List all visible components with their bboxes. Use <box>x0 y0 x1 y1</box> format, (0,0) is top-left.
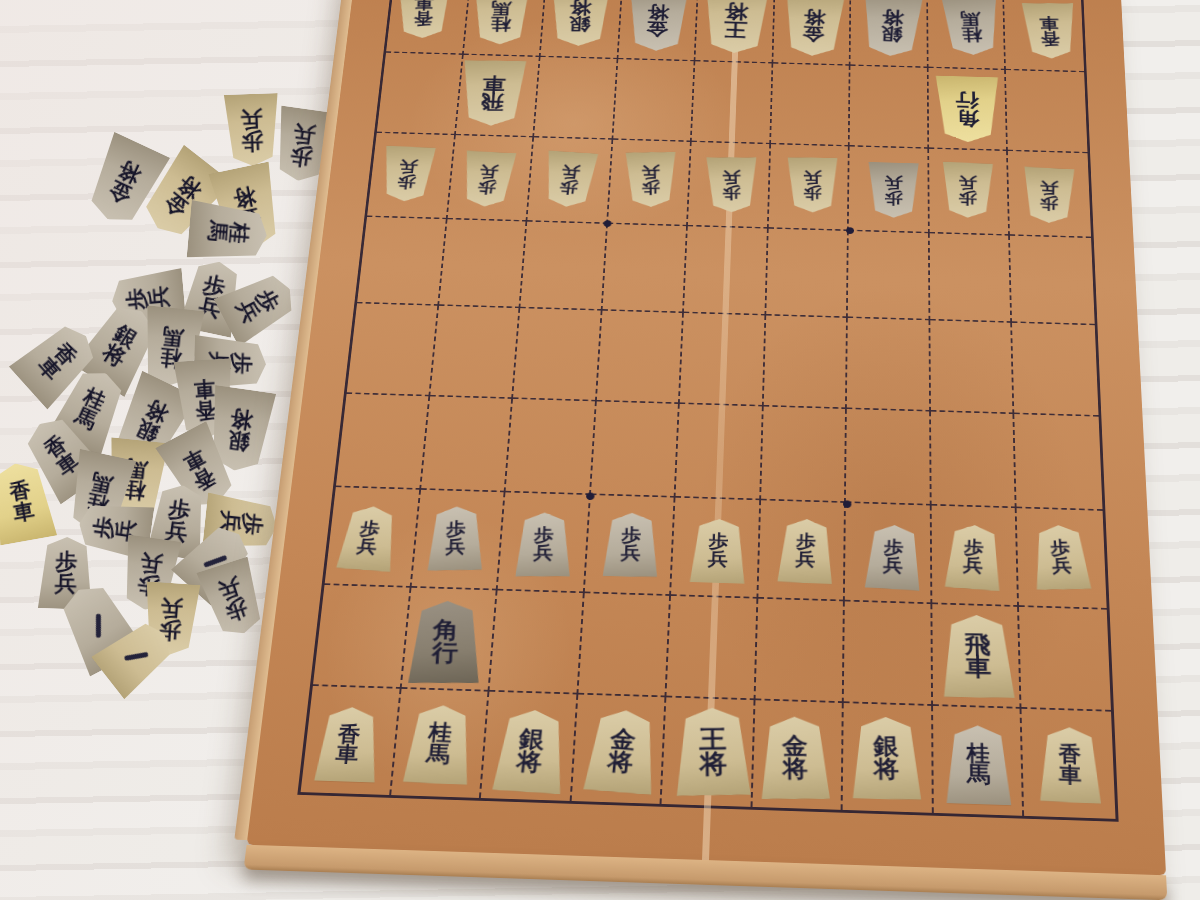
piece-kanji: 車 <box>1039 15 1060 30</box>
board-square[interactable] <box>1019 607 1111 712</box>
board-square[interactable] <box>850 65 929 148</box>
piece-kanji: 馬 <box>491 0 512 15</box>
piece-kanji: 角 <box>956 109 979 128</box>
piece-kanji: 桂 <box>491 15 512 31</box>
board-square[interactable] <box>755 599 845 704</box>
board-square[interactable] <box>1012 323 1098 416</box>
piece-kanji: 歩 <box>1040 195 1059 211</box>
piece-kanji: 香 <box>413 10 433 25</box>
piece-kanji: 将 <box>803 8 826 26</box>
piece-kanji: 香 <box>1040 30 1061 45</box>
piece-kanji: 兵 <box>804 170 822 185</box>
piece-kanji: 馬 <box>425 744 451 767</box>
piece-kanji: 歩 <box>722 185 740 200</box>
shogi-piece-pawn[interactable]: 歩兵 <box>705 157 758 212</box>
board-square[interactable] <box>439 219 528 308</box>
board-square[interactable] <box>430 306 521 399</box>
piece-kanji: 行 <box>432 642 459 665</box>
piece-kanji: 馬 <box>959 10 980 26</box>
board-square[interactable] <box>513 308 602 401</box>
piece-kanji: 行 <box>955 90 978 109</box>
piece-kanji: 兵 <box>356 537 378 556</box>
piece-kanji: 将 <box>569 0 592 15</box>
piece-kanji: 兵 <box>216 575 244 602</box>
piece-kanji: 兵 <box>160 597 183 620</box>
piece-kanji: 兵 <box>708 550 728 568</box>
board-square[interactable] <box>763 316 848 409</box>
piece-kanji: 歩 <box>230 352 252 375</box>
star-point <box>603 220 611 227</box>
piece-kanji: 車 <box>335 744 360 765</box>
piece-kanji: 将 <box>783 758 809 781</box>
shogi-board: 香車桂馬銀将金将王将金将銀将桂馬香車飛車角行歩兵歩兵歩兵歩兵歩兵歩兵歩兵歩兵歩兵… <box>247 0 1166 875</box>
piece-kanji: 兵 <box>885 175 903 190</box>
piece-kanji: 兵 <box>446 538 466 556</box>
piece-kanji: 馬 <box>90 471 115 495</box>
board-square[interactable] <box>578 593 671 698</box>
blank-back-stroke <box>96 614 101 638</box>
piece-kanji: 馬 <box>72 405 100 432</box>
piece-kanji: 歩 <box>477 179 497 195</box>
piece-kanji: 将 <box>874 758 900 782</box>
piece-kanji: 兵 <box>479 164 499 180</box>
board-square[interactable] <box>847 318 931 411</box>
board-square[interactable] <box>844 601 933 706</box>
board-square[interactable] <box>846 409 931 506</box>
board-square[interactable] <box>377 52 464 135</box>
piece-kanji: 馬 <box>967 764 991 786</box>
piece-kanji: 将 <box>647 3 670 21</box>
piece-kanji: 兵 <box>399 159 419 174</box>
board-square[interactable] <box>602 224 688 314</box>
board-square[interactable] <box>930 321 1014 414</box>
piece-kanji: 車 <box>482 74 506 93</box>
piece-kanji: 馬 <box>162 325 185 348</box>
board-square[interactable] <box>313 585 411 689</box>
board-square[interactable] <box>1006 70 1087 154</box>
piece-kanji: 兵 <box>883 556 904 575</box>
piece-kanji: 兵 <box>292 122 317 146</box>
piece-kanji: 兵 <box>620 544 640 562</box>
piece-kanji: 歩 <box>241 130 264 152</box>
photo-scene: 金将金将歩兵歩兵金将桂馬歩兵歩兵歩兵銀将香車桂馬歩兵桂馬銀将香車銀将香車桂馬香車… <box>0 0 1200 900</box>
piece-kanji: 兵 <box>958 175 976 191</box>
board-square[interactable] <box>848 231 930 321</box>
board-square[interactable] <box>534 57 618 140</box>
piece-kanji: 歩 <box>397 173 417 189</box>
piece-kanji: 歩 <box>804 185 822 200</box>
board-square[interactable] <box>931 411 1017 508</box>
star-point <box>846 227 854 234</box>
board-square[interactable] <box>1010 235 1094 325</box>
board-square[interactable] <box>520 221 607 310</box>
piece-kanji: 車 <box>12 500 36 524</box>
board-square[interactable] <box>591 401 680 498</box>
board-square[interactable] <box>347 304 439 397</box>
piece-kanji: 車 <box>1059 764 1082 786</box>
board-square[interactable] <box>1015 414 1103 511</box>
board-square[interactable] <box>771 63 851 146</box>
piece-kanji: 車 <box>193 378 215 400</box>
piece-kanji: 兵 <box>240 108 263 130</box>
board-square[interactable] <box>930 233 1013 323</box>
piece-kanji: 歩 <box>885 190 903 205</box>
board-square[interactable] <box>613 59 696 142</box>
piece-kanji: 兵 <box>795 550 815 568</box>
board-square[interactable] <box>421 396 513 492</box>
board-square[interactable] <box>357 217 447 306</box>
piece-kanji: 歩 <box>958 190 976 206</box>
piece-kanji: 将 <box>724 1 749 20</box>
board-square[interactable] <box>766 228 849 318</box>
piece-kanji: 将 <box>699 751 727 777</box>
loose-piece[interactable]: 歩兵 <box>223 93 281 167</box>
piece-kanji: 飛 <box>481 93 505 112</box>
piece-kanji: 将 <box>229 407 254 431</box>
piece-kanji: 兵 <box>641 165 659 180</box>
piece-kanji: 兵 <box>560 164 580 180</box>
piece-kanji: 将 <box>882 8 905 26</box>
piece-kanji: 兵 <box>54 573 77 595</box>
piece-kanji: 香 <box>195 398 217 420</box>
piece-kanji: 兵 <box>962 556 983 575</box>
piece-kanji: 歩 <box>641 179 659 194</box>
piece-kanji: 兵 <box>533 544 553 561</box>
piece-kanji: 馬 <box>207 220 229 243</box>
piece-kanji: 兵 <box>1040 180 1058 196</box>
board-square[interactable] <box>506 399 597 496</box>
piece-kanji: 車 <box>965 656 992 680</box>
board-square[interactable] <box>336 394 430 490</box>
piece-kanji: 車 <box>414 0 434 10</box>
piece-kanji: 兵 <box>1051 557 1072 575</box>
piece-kanji: 将 <box>232 185 258 211</box>
board-square[interactable] <box>761 406 847 503</box>
blank-back-stroke <box>124 651 149 660</box>
board-square[interactable] <box>489 590 584 695</box>
piece-kanji: 兵 <box>722 170 740 185</box>
piece-kanji: 将 <box>606 750 634 775</box>
piece-kanji: 兵 <box>147 285 170 309</box>
board-square[interactable] <box>596 311 684 404</box>
piece-kanji: 銀 <box>568 15 591 32</box>
piece-kanji: 将 <box>515 750 543 775</box>
piece-kanji: 兵 <box>139 551 164 575</box>
